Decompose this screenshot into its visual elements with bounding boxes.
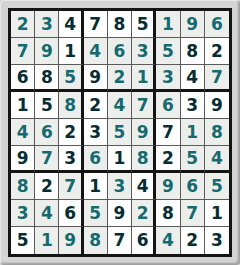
- cell-r5c5[interactable]: 5: [108, 119, 132, 146]
- cell-r9c8[interactable]: 2: [181, 227, 205, 254]
- cell-r3c6[interactable]: 1: [132, 65, 156, 92]
- cell-r3c5[interactable]: 2: [108, 65, 132, 92]
- cell-r3c2[interactable]: 8: [35, 65, 59, 92]
- cell-r8c3[interactable]: 6: [59, 200, 83, 227]
- cell-r4c9[interactable]: 9: [205, 92, 229, 119]
- cell-r7c7[interactable]: 9: [156, 173, 180, 200]
- sudoku-app-frame: 2347851967914635826859213471582476394623…: [0, 0, 240, 265]
- cell-r6c1[interactable]: 9: [11, 146, 35, 173]
- cell-r1c7[interactable]: 1: [156, 11, 180, 38]
- cell-r4c5[interactable]: 4: [108, 92, 132, 119]
- cell-r4c4[interactable]: 2: [84, 92, 108, 119]
- cell-r8c9[interactable]: 1: [205, 200, 229, 227]
- cell-r1c9[interactable]: 6: [205, 11, 229, 38]
- cell-r5c6[interactable]: 9: [132, 119, 156, 146]
- cell-r4c8[interactable]: 3: [181, 92, 205, 119]
- cell-r3c4[interactable]: 9: [84, 65, 108, 92]
- cell-r5c2[interactable]: 6: [35, 119, 59, 146]
- cell-r8c6[interactable]: 2: [132, 200, 156, 227]
- cell-r9c1[interactable]: 5: [11, 227, 35, 254]
- cell-r1c2[interactable]: 3: [35, 11, 59, 38]
- cell-r8c7[interactable]: 8: [156, 200, 180, 227]
- cell-r2c1[interactable]: 7: [11, 38, 35, 65]
- sudoku-board: 2347851967914635826859213471582476394623…: [8, 8, 232, 257]
- cell-r3c9[interactable]: 7: [205, 65, 229, 92]
- cell-r3c3[interactable]: 5: [59, 65, 83, 92]
- cell-r1c5[interactable]: 8: [108, 11, 132, 38]
- cell-r6c4[interactable]: 6: [84, 146, 108, 173]
- cell-r7c3[interactable]: 7: [59, 173, 83, 200]
- cell-r6c6[interactable]: 8: [132, 146, 156, 173]
- cell-r9c5[interactable]: 7: [108, 227, 132, 254]
- cell-r1c1[interactable]: 2: [11, 11, 35, 38]
- cell-r7c8[interactable]: 6: [181, 173, 205, 200]
- cell-r2c2[interactable]: 9: [35, 38, 59, 65]
- cell-r1c6[interactable]: 5: [132, 11, 156, 38]
- cell-r3c8[interactable]: 4: [181, 65, 205, 92]
- cell-r8c1[interactable]: 3: [11, 200, 35, 227]
- cell-r7c5[interactable]: 3: [108, 173, 132, 200]
- cell-r8c8[interactable]: 7: [181, 200, 205, 227]
- cell-r9c7[interactable]: 4: [156, 227, 180, 254]
- cell-r2c4[interactable]: 4: [84, 38, 108, 65]
- cell-r5c8[interactable]: 1: [181, 119, 205, 146]
- cell-r1c8[interactable]: 9: [181, 11, 205, 38]
- cell-r8c2[interactable]: 4: [35, 200, 59, 227]
- cell-r1c3[interactable]: 4: [59, 11, 83, 38]
- cell-r7c2[interactable]: 2: [35, 173, 59, 200]
- cell-r8c4[interactable]: 5: [84, 200, 108, 227]
- cell-r2c8[interactable]: 8: [181, 38, 205, 65]
- cell-r2c5[interactable]: 6: [108, 38, 132, 65]
- cell-r6c9[interactable]: 4: [205, 146, 229, 173]
- cell-r7c9[interactable]: 5: [205, 173, 229, 200]
- cell-r2c3[interactable]: 1: [59, 38, 83, 65]
- cell-r4c7[interactable]: 6: [156, 92, 180, 119]
- cell-r9c2[interactable]: 1: [35, 227, 59, 254]
- cell-r4c1[interactable]: 1: [11, 92, 35, 119]
- cell-r9c9[interactable]: 3: [205, 227, 229, 254]
- cell-r9c3[interactable]: 9: [59, 227, 83, 254]
- cell-r2c6[interactable]: 3: [132, 38, 156, 65]
- cell-r2c7[interactable]: 5: [156, 38, 180, 65]
- cell-r5c1[interactable]: 4: [11, 119, 35, 146]
- cell-r7c4[interactable]: 1: [84, 173, 108, 200]
- cell-r9c4[interactable]: 8: [84, 227, 108, 254]
- cell-r4c3[interactable]: 8: [59, 92, 83, 119]
- cell-r7c6[interactable]: 4: [132, 173, 156, 200]
- cell-r3c7[interactable]: 3: [156, 65, 180, 92]
- cell-r6c2[interactable]: 7: [35, 146, 59, 173]
- cell-r4c2[interactable]: 5: [35, 92, 59, 119]
- cell-r5c4[interactable]: 3: [84, 119, 108, 146]
- cell-r9c6[interactable]: 6: [132, 227, 156, 254]
- cell-r4c6[interactable]: 7: [132, 92, 156, 119]
- cell-r8c5[interactable]: 9: [108, 200, 132, 227]
- cell-r6c3[interactable]: 3: [59, 146, 83, 173]
- cell-r5c3[interactable]: 2: [59, 119, 83, 146]
- cell-r5c7[interactable]: 7: [156, 119, 180, 146]
- cell-r3c1[interactable]: 6: [11, 65, 35, 92]
- cell-r7c1[interactable]: 8: [11, 173, 35, 200]
- cell-r1c4[interactable]: 7: [84, 11, 108, 38]
- cell-r6c8[interactable]: 5: [181, 146, 205, 173]
- cell-r5c9[interactable]: 8: [205, 119, 229, 146]
- cell-r2c9[interactable]: 2: [205, 38, 229, 65]
- cell-r6c5[interactable]: 1: [108, 146, 132, 173]
- cell-r6c7[interactable]: 2: [156, 146, 180, 173]
